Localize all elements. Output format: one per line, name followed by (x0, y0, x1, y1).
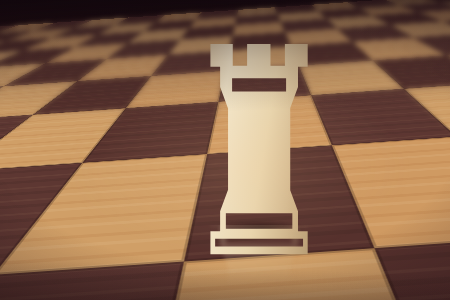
white-rook-glyph: ♜ (182, 11, 337, 299)
chessboard-photo-scene: ♜ ♜ (0, 0, 450, 300)
white-rook-piece: ♜ (186, 62, 332, 248)
